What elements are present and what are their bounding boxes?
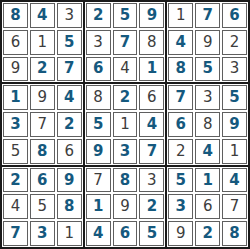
cell-r3c9[interactable]: 3 bbox=[222, 57, 247, 82]
cell-r1c1[interactable]: 8 bbox=[3, 3, 28, 28]
cell-r6c2[interactable]: 8 bbox=[30, 139, 55, 164]
sudoku-box-6: 735689241 bbox=[167, 84, 248, 164]
cell-r8c1[interactable]: 4 bbox=[3, 194, 28, 219]
cell-r7c9[interactable]: 4 bbox=[222, 168, 247, 193]
cell-r3c1[interactable]: 9 bbox=[3, 57, 28, 82]
sudoku-box-5: 826514937 bbox=[85, 84, 166, 164]
cell-r5c9[interactable]: 9 bbox=[222, 112, 247, 137]
cell-r4c8[interactable]: 3 bbox=[195, 85, 220, 110]
sudoku-box-8: 783192465 bbox=[85, 167, 166, 247]
cell-r2c8[interactable]: 9 bbox=[195, 30, 220, 55]
cell-r7c5[interactable]: 8 bbox=[113, 168, 138, 193]
cell-r6c4[interactable]: 9 bbox=[86, 139, 111, 164]
cell-r2c1[interactable]: 6 bbox=[3, 30, 28, 55]
cell-r8c5[interactable]: 9 bbox=[113, 194, 138, 219]
cell-r5c6[interactable]: 4 bbox=[139, 112, 164, 137]
cell-r3c7[interactable]: 8 bbox=[168, 57, 193, 82]
cell-r6c8[interactable]: 4 bbox=[195, 139, 220, 164]
cell-r2c5[interactable]: 7 bbox=[113, 30, 138, 55]
cell-r9c4[interactable]: 4 bbox=[86, 221, 111, 246]
sudoku-board: 8436159272593786411764928531943725868265… bbox=[0, 0, 250, 249]
cell-r1c4[interactable]: 2 bbox=[86, 3, 111, 28]
cell-r5c2[interactable]: 7 bbox=[30, 112, 55, 137]
cell-r6c6[interactable]: 7 bbox=[139, 139, 164, 164]
cell-r3c5[interactable]: 4 bbox=[113, 57, 138, 82]
cell-r5c5[interactable]: 1 bbox=[113, 112, 138, 137]
cell-r4c7[interactable]: 7 bbox=[168, 85, 193, 110]
cell-r3c8[interactable]: 5 bbox=[195, 57, 220, 82]
cell-r1c3[interactable]: 3 bbox=[57, 3, 82, 28]
cell-r8c2[interactable]: 5 bbox=[30, 194, 55, 219]
cell-r9c7[interactable]: 9 bbox=[168, 221, 193, 246]
cell-r9c6[interactable]: 5 bbox=[139, 221, 164, 246]
cell-r5c7[interactable]: 6 bbox=[168, 112, 193, 137]
cell-r3c2[interactable]: 2 bbox=[30, 57, 55, 82]
cell-r1c7[interactable]: 1 bbox=[168, 3, 193, 28]
cell-r7c8[interactable]: 1 bbox=[195, 168, 220, 193]
cell-r3c4[interactable]: 6 bbox=[86, 57, 111, 82]
cell-r9c9[interactable]: 8 bbox=[222, 221, 247, 246]
cell-r7c1[interactable]: 2 bbox=[3, 168, 28, 193]
cell-r4c6[interactable]: 6 bbox=[139, 85, 164, 110]
cell-r2c3[interactable]: 5 bbox=[57, 30, 82, 55]
cell-r5c1[interactable]: 3 bbox=[3, 112, 28, 137]
cell-r4c5[interactable]: 2 bbox=[113, 85, 138, 110]
cell-r8c7[interactable]: 3 bbox=[168, 194, 193, 219]
sudoku-box-1: 843615927 bbox=[2, 2, 83, 82]
cell-r9c1[interactable]: 7 bbox=[3, 221, 28, 246]
cell-r6c3[interactable]: 6 bbox=[57, 139, 82, 164]
cell-r7c2[interactable]: 6 bbox=[30, 168, 55, 193]
cell-r4c1[interactable]: 1 bbox=[3, 85, 28, 110]
sudoku-box-7: 269458731 bbox=[2, 167, 83, 247]
cell-r1c9[interactable]: 6 bbox=[222, 3, 247, 28]
cell-r4c4[interactable]: 8 bbox=[86, 85, 111, 110]
cell-r8c8[interactable]: 6 bbox=[195, 194, 220, 219]
cell-r3c6[interactable]: 1 bbox=[139, 57, 164, 82]
cell-r1c2[interactable]: 4 bbox=[30, 3, 55, 28]
cell-r6c9[interactable]: 1 bbox=[222, 139, 247, 164]
cell-r2c7[interactable]: 4 bbox=[168, 30, 193, 55]
cell-r6c1[interactable]: 5 bbox=[3, 139, 28, 164]
cell-r2c9[interactable]: 2 bbox=[222, 30, 247, 55]
cell-r1c6[interactable]: 9 bbox=[139, 3, 164, 28]
cell-r9c8[interactable]: 2 bbox=[195, 221, 220, 246]
sudoku-box-2: 259378641 bbox=[85, 2, 166, 82]
cell-r5c4[interactable]: 5 bbox=[86, 112, 111, 137]
cell-r8c6[interactable]: 2 bbox=[139, 194, 164, 219]
cell-r8c4[interactable]: 1 bbox=[86, 194, 111, 219]
sudoku-box-3: 176492853 bbox=[167, 2, 248, 82]
cell-r1c5[interactable]: 5 bbox=[113, 3, 138, 28]
cell-r2c2[interactable]: 1 bbox=[30, 30, 55, 55]
cell-r7c4[interactable]: 7 bbox=[86, 168, 111, 193]
cell-r6c5[interactable]: 3 bbox=[113, 139, 138, 164]
cell-r2c4[interactable]: 3 bbox=[86, 30, 111, 55]
cell-r4c2[interactable]: 9 bbox=[30, 85, 55, 110]
cell-r1c8[interactable]: 7 bbox=[195, 3, 220, 28]
cell-r4c3[interactable]: 4 bbox=[57, 85, 82, 110]
cell-r7c3[interactable]: 9 bbox=[57, 168, 82, 193]
cell-r8c3[interactable]: 8 bbox=[57, 194, 82, 219]
cell-r9c5[interactable]: 6 bbox=[113, 221, 138, 246]
cell-r5c8[interactable]: 8 bbox=[195, 112, 220, 137]
cell-r9c2[interactable]: 3 bbox=[30, 221, 55, 246]
cell-r9c3[interactable]: 1 bbox=[57, 221, 82, 246]
sudoku-box-9: 514367928 bbox=[167, 167, 248, 247]
cell-r4c9[interactable]: 5 bbox=[222, 85, 247, 110]
cell-r7c7[interactable]: 5 bbox=[168, 168, 193, 193]
cell-r7c6[interactable]: 3 bbox=[139, 168, 164, 193]
cell-r5c3[interactable]: 2 bbox=[57, 112, 82, 137]
cell-r2c6[interactable]: 8 bbox=[139, 30, 164, 55]
cell-r3c3[interactable]: 7 bbox=[57, 57, 82, 82]
sudoku-box-4: 194372586 bbox=[2, 84, 83, 164]
cell-r8c9[interactable]: 7 bbox=[222, 194, 247, 219]
cell-r6c7[interactable]: 2 bbox=[168, 139, 193, 164]
